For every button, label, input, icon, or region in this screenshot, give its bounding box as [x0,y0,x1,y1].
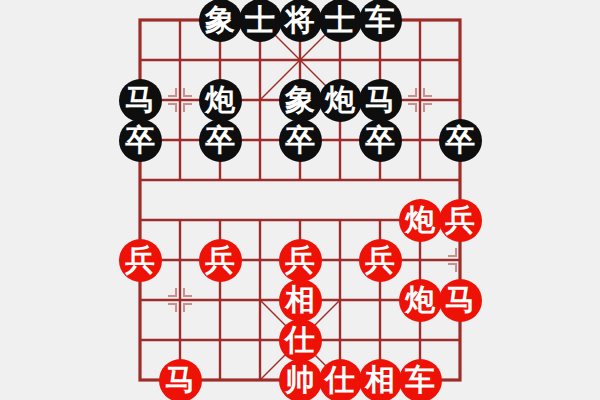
point-e3[interactable]: 相 [280,280,320,320]
point-g6[interactable] [360,160,400,200]
piece-glyph: 马 [445,285,475,315]
piece-glyph: 车 [405,365,435,395]
point-e7[interactable]: 卒 [280,120,320,160]
point-f9[interactable] [320,40,360,80]
piece-black-soldier[interactable]: 卒 [119,119,162,162]
point-c5[interactable] [200,200,240,240]
point-f3[interactable] [320,280,360,320]
piece-glyph: 卒 [285,125,315,155]
piece-glyph: 兵 [285,245,315,275]
piece-glyph: 卒 [365,125,395,155]
point-d5[interactable] [240,200,280,240]
point-c2[interactable] [200,320,240,360]
point-d9[interactable] [240,40,280,80]
point-f8[interactable]: 炮 [320,80,360,120]
point-d7[interactable] [240,120,280,160]
piece-glyph: 帅 [285,365,315,395]
piece-glyph: 炮 [405,285,435,315]
point-f2[interactable] [320,320,360,360]
point-d8[interactable] [240,80,280,120]
point-c7[interactable]: 卒 [200,120,240,160]
point-f1[interactable]: 仕 [320,360,360,400]
point-i10[interactable] [440,0,480,40]
point-e8[interactable]: 象 [280,80,320,120]
point-b2[interactable] [160,320,200,360]
piece-red-cannon[interactable]: 炮 [399,199,442,242]
piece-glyph: 炮 [325,85,355,115]
piece-red-advisor[interactable]: 仕 [319,359,362,400]
piece-black-elephant[interactable]: 象 [199,0,242,42]
piece-glyph: 马 [165,365,195,395]
point-g9[interactable] [360,40,400,80]
piece-red-chariot[interactable]: 车 [399,359,442,400]
piece-glyph: 将 [285,5,315,35]
point-e4[interactable]: 兵 [280,240,320,280]
point-f5[interactable] [320,200,360,240]
piece-black-king[interactable]: 将 [279,0,322,42]
piece-red-advisor[interactable]: 仕 [279,319,322,362]
piece-black-soldier[interactable]: 卒 [279,119,322,162]
piece-glyph: 士 [325,5,355,35]
piece-glyph: 兵 [365,245,395,275]
point-h5[interactable]: 炮 [400,200,440,240]
point-h4[interactable] [400,240,440,280]
point-f4[interactable] [320,240,360,280]
point-b1[interactable]: 马 [160,360,200,400]
piece-black-soldier[interactable]: 卒 [199,119,242,162]
point-g8[interactable]: 马 [360,80,400,120]
point-e1[interactable]: 帅 [280,360,320,400]
point-a9[interactable] [120,40,160,80]
piece-glyph: 兵 [205,245,235,275]
point-h10[interactable] [400,0,440,40]
piece-glyph: 炮 [205,85,235,115]
xiangqi-board: 象士将士车马炮象炮马卒卒卒卒卒炮兵兵兵兵兵相炮马仕马帅仕相车 [120,0,480,400]
piece-black-elephant[interactable]: 象 [279,79,322,122]
piece-glyph: 车 [365,5,395,35]
piece-red-soldier[interactable]: 兵 [439,199,482,242]
point-g2[interactable] [360,320,400,360]
point-h2[interactable] [400,320,440,360]
point-e5[interactable] [280,200,320,240]
point-d4[interactable] [240,240,280,280]
point-a8[interactable]: 马 [120,80,160,120]
point-d10[interactable]: 士 [240,0,280,40]
point-i3[interactable]: 马 [440,280,480,320]
piece-red-king[interactable]: 帅 [279,359,322,400]
point-b7[interactable] [160,120,200,160]
point-f7[interactable] [320,120,360,160]
point-i6[interactable] [440,160,480,200]
point-g7[interactable]: 卒 [360,120,400,160]
piece-black-horse[interactable]: 马 [359,79,402,122]
piece-red-horse[interactable]: 马 [439,279,482,322]
point-i2[interactable] [440,320,480,360]
point-d6[interactable] [240,160,280,200]
point-a3[interactable] [120,280,160,320]
piece-red-horse[interactable]: 马 [159,359,202,400]
point-c10[interactable]: 象 [200,0,240,40]
piece-black-cannon[interactable]: 炮 [199,79,242,122]
point-a6[interactable] [120,160,160,200]
point-h1[interactable]: 车 [400,360,440,400]
piece-glyph: 相 [365,365,395,395]
point-d2[interactable] [240,320,280,360]
point-b5[interactable] [160,200,200,240]
point-h9[interactable] [400,40,440,80]
point-e9[interactable] [280,40,320,80]
piece-black-chariot[interactable]: 车 [359,0,402,42]
point-e6[interactable] [280,160,320,200]
piece-glyph: 卒 [125,125,155,155]
point-c8[interactable]: 炮 [200,80,240,120]
point-a4[interactable]: 兵 [120,240,160,280]
piece-glyph: 相 [285,285,315,315]
point-i4[interactable] [440,240,480,280]
point-b9[interactable] [160,40,200,80]
piece-red-soldier[interactable]: 兵 [119,239,162,282]
point-g10[interactable]: 车 [360,0,400,40]
point-g3[interactable] [360,280,400,320]
point-d3[interactable] [240,280,280,320]
piece-black-soldier[interactable]: 卒 [359,119,402,162]
point-i8[interactable] [440,80,480,120]
piece-glyph: 卒 [445,125,475,155]
point-g5[interactable] [360,200,400,240]
piece-red-elephant[interactable]: 相 [359,359,402,400]
piece-glyph: 象 [285,85,315,115]
piece-black-advisor[interactable]: 士 [239,0,282,42]
point-b6[interactable] [160,160,200,200]
piece-glyph: 仕 [325,365,355,395]
piece-glyph: 马 [365,85,395,115]
point-h8[interactable] [400,80,440,120]
point-c9[interactable] [200,40,240,80]
point-c6[interactable] [200,160,240,200]
point-e2[interactable]: 仕 [280,320,320,360]
piece-red-elephant[interactable]: 相 [279,279,322,322]
piece-black-horse[interactable]: 马 [119,79,162,122]
point-a10[interactable] [120,0,160,40]
point-g4[interactable]: 兵 [360,240,400,280]
point-h7[interactable] [400,120,440,160]
point-i1[interactable] [440,360,480,400]
point-g1[interactable]: 相 [360,360,400,400]
point-a2[interactable] [120,320,160,360]
point-c1[interactable] [200,360,240,400]
point-h6[interactable] [400,160,440,200]
piece-glyph: 士 [245,5,275,35]
point-c4[interactable]: 兵 [200,240,240,280]
point-f10[interactable]: 士 [320,0,360,40]
point-a1[interactable] [120,360,160,400]
piece-red-soldier[interactable]: 兵 [279,239,322,282]
piece-black-soldier[interactable]: 卒 [439,119,482,162]
point-b8[interactable] [160,80,200,120]
piece-red-soldier[interactable]: 兵 [199,239,242,282]
xiangqi-app: 象士将士车马炮象炮马卒卒卒卒卒炮兵兵兵兵兵相炮马仕马帅仕相车 [0,0,600,400]
point-i7[interactable]: 卒 [440,120,480,160]
piece-glyph: 仕 [285,325,315,355]
point-b4[interactable] [160,240,200,280]
point-d1[interactable] [240,360,280,400]
point-b10[interactable] [160,0,200,40]
point-b3[interactable] [160,280,200,320]
point-i9[interactable] [440,40,480,80]
piece-glyph: 兵 [125,245,155,275]
piece-black-advisor[interactable]: 士 [319,0,362,42]
point-e10[interactable]: 将 [280,0,320,40]
piece-glyph: 炮 [405,205,435,235]
point-f6[interactable] [320,160,360,200]
piece-glyph: 兵 [445,205,475,235]
piece-black-cannon[interactable]: 炮 [319,79,362,122]
piece-glyph: 象 [205,5,235,35]
point-a5[interactable] [120,200,160,240]
piece-glyph: 马 [125,85,155,115]
piece-glyph: 卒 [205,125,235,155]
point-h3[interactable]: 炮 [400,280,440,320]
piece-red-cannon[interactable]: 炮 [399,279,442,322]
point-a7[interactable]: 卒 [120,120,160,160]
piece-red-soldier[interactable]: 兵 [359,239,402,282]
point-c3[interactable] [200,280,240,320]
point-i5[interactable]: 兵 [440,200,480,240]
